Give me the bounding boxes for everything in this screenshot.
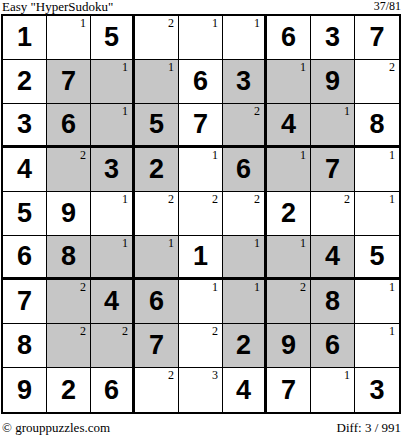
cell-r1c8[interactable]: 3 [311, 16, 355, 60]
footer: © grouppuzzles.com Diff: 3 / 991 [0, 421, 402, 435]
cell-value: 9 [3, 368, 46, 412]
pencil-mark: 2 [80, 325, 86, 337]
cell-value: 6 [3, 236, 46, 277]
cell-value: 5 [91, 16, 132, 59]
cell-r5c5[interactable]: 2 [179, 192, 223, 236]
pencil-mark: 2 [344, 193, 350, 205]
cell-r1c3[interactable]: 5 [91, 16, 135, 60]
pencil-mark: 1 [168, 61, 174, 73]
cell-r9c8[interactable]: 1 [311, 368, 355, 412]
cell-r7c4[interactable]: 6 [135, 280, 179, 324]
cell-r3c7[interactable]: 4 [267, 104, 311, 148]
pencil-mark: 1 [254, 17, 260, 29]
cell-value: 1 [179, 236, 222, 277]
cell-r9c7[interactable]: 7 [267, 368, 311, 412]
cell-value: 4 [3, 148, 46, 191]
cell-r7c6[interactable]: 1 [223, 280, 267, 324]
cell-r6c6[interactable]: 1 [223, 236, 267, 280]
cell-value: 6 [223, 148, 264, 191]
cell-r2c4[interactable]: 1 [135, 60, 179, 104]
pencil-mark: 2 [300, 281, 306, 293]
cell-value: 1 [3, 16, 46, 59]
copyright-text: © grouppuzzles.com [2, 421, 110, 435]
cell-r5c2[interactable]: 9 [47, 192, 91, 236]
cell-r6c2[interactable]: 8 [47, 236, 91, 280]
cell-r7c8[interactable]: 8 [311, 280, 355, 324]
cell-value: 9 [47, 192, 90, 235]
cell-value: 3 [311, 16, 354, 59]
cell-value: 2 [3, 60, 46, 103]
cell-value: 9 [311, 60, 354, 103]
cell-r8c5[interactable]: 2 [179, 324, 223, 368]
cell-value: 7 [135, 324, 178, 367]
cell-r5c9[interactable]: 1 [355, 192, 399, 236]
cell-r3c4[interactable]: 5 [135, 104, 179, 148]
cell-value: 5 [3, 192, 46, 235]
cell-r1c2[interactable]: 1 [47, 16, 91, 60]
cell-r7c9[interactable]: 1 [355, 280, 399, 324]
cell-value: 6 [91, 368, 132, 412]
pencil-mark: 2 [168, 369, 174, 381]
pencil-mark: 1 [254, 237, 260, 249]
cell-r5c6[interactable]: 2 [223, 192, 267, 236]
pencil-mark: 2 [212, 193, 218, 205]
cell-value: 4 [267, 104, 310, 145]
cell-r3c3[interactable]: 1 [91, 104, 135, 148]
cell-value: 7 [47, 60, 90, 103]
cell-r6c9[interactable]: 5 [355, 236, 399, 280]
pencil-mark: 1 [122, 193, 128, 205]
cell-r1c6[interactable]: 1 [223, 16, 267, 60]
pencil-mark: 1 [389, 281, 395, 293]
cell-r7c1[interactable]: 7 [3, 280, 47, 324]
pencil-mark: 1 [212, 17, 218, 29]
cell-r1c1[interactable]: 1 [3, 16, 47, 60]
pencil-mark: 2 [168, 193, 174, 205]
cell-r6c4[interactable]: 1 [135, 236, 179, 280]
cell-r1c5[interactable]: 1 [179, 16, 223, 60]
cell-r4c4[interactable]: 2 [135, 148, 179, 192]
pencil-mark: 1 [122, 61, 128, 73]
pencil-mark: 1 [168, 237, 174, 249]
pencil-mark: 2 [389, 61, 395, 73]
cell-r8c9[interactable]: 1 [355, 324, 399, 368]
cell-r8c3[interactable]: 2 [91, 324, 135, 368]
pencil-mark: 1 [389, 149, 395, 161]
cell-r9c3[interactable]: 6 [91, 368, 135, 412]
pencil-mark: 2 [80, 281, 86, 293]
pencil-mark: 1 [254, 281, 260, 293]
progress-counter: 37/81 [374, 0, 401, 13]
pencil-mark: 1 [300, 149, 306, 161]
cell-r4c5[interactable]: 1 [179, 148, 223, 192]
cell-r5c4[interactable]: 2 [135, 192, 179, 236]
pencil-mark: 2 [254, 105, 260, 117]
cell-r4c8[interactable]: 7 [311, 148, 355, 192]
pencil-mark: 1 [389, 193, 395, 205]
cell-value: 5 [355, 236, 399, 277]
cell-value: 7 [3, 280, 46, 323]
cell-r5c3[interactable]: 1 [91, 192, 135, 236]
pencil-mark: 2 [168, 17, 174, 29]
cell-r2c6[interactable]: 3 [223, 60, 267, 104]
pencil-mark: 1 [344, 105, 350, 117]
cell-r6c3[interactable]: 1 [91, 236, 135, 280]
cell-r2c1[interactable]: 2 [3, 60, 47, 104]
cell-value: 3 [223, 60, 264, 103]
cell-value: 7 [355, 16, 399, 59]
cell-value: 3 [3, 104, 46, 145]
cell-r1c9[interactable]: 7 [355, 16, 399, 60]
cell-value: 6 [267, 16, 310, 59]
cell-r8c6[interactable]: 2 [223, 324, 267, 368]
cell-r1c7[interactable]: 6 [267, 16, 311, 60]
pencil-mark: 1 [122, 105, 128, 117]
cell-r4c6[interactable]: 6 [223, 148, 267, 192]
cell-value: 2 [267, 192, 310, 235]
cell-value: 8 [47, 236, 90, 277]
cell-r2c2[interactable]: 7 [47, 60, 91, 104]
cell-value: 7 [179, 104, 222, 145]
pencil-mark: 1 [80, 17, 86, 29]
cell-r2c9[interactable]: 2 [355, 60, 399, 104]
cell-r9c5[interactable]: 3 [179, 368, 223, 412]
cell-r6c7[interactable]: 1 [267, 236, 311, 280]
cell-r6c5[interactable]: 1 [179, 236, 223, 280]
page: Easy "HyperSudoku" 37/81 115211637271163… [0, 0, 402, 437]
cell-r3c9[interactable]: 8 [355, 104, 399, 148]
cell-value: 7 [267, 368, 310, 412]
cell-r8c8[interactable]: 6 [311, 324, 355, 368]
cell-r3c6[interactable]: 2 [223, 104, 267, 148]
pencil-mark: 1 [212, 149, 218, 161]
cell-r4c3[interactable]: 3 [91, 148, 135, 192]
cell-value: 7 [311, 148, 354, 191]
cell-r7c5[interactable]: 1 [179, 280, 223, 324]
cell-value: 8 [311, 280, 354, 323]
difficulty-text: Diff: 3 / 991 [337, 421, 401, 435]
cell-r9c2[interactable]: 2 [47, 368, 91, 412]
cell-r9c6[interactable]: 4 [223, 368, 267, 412]
cell-r2c3[interactable]: 1 [91, 60, 135, 104]
cell-value: 6 [47, 104, 90, 145]
cell-r9c1[interactable]: 9 [3, 368, 47, 412]
pencil-mark: 1 [344, 369, 350, 381]
cell-value: 5 [135, 104, 178, 145]
cell-r5c7[interactable]: 2 [267, 192, 311, 236]
cell-r6c1[interactable]: 6 [3, 236, 47, 280]
puzzle-title: Easy "HyperSudoku" [2, 0, 113, 13]
cell-r6c8[interactable]: 4 [311, 236, 355, 280]
cell-r9c9[interactable]: 3 [355, 368, 399, 412]
pencil-mark: 1 [389, 325, 395, 337]
cell-r4c1[interactable]: 4 [3, 148, 47, 192]
pencil-mark: 2 [122, 325, 128, 337]
pencil-mark: 3 [212, 369, 218, 381]
cell-value: 8 [3, 324, 46, 367]
cell-value: 4 [91, 280, 132, 323]
cell-r7c7[interactable]: 2 [267, 280, 311, 324]
cell-r2c5[interactable]: 6 [179, 60, 223, 104]
cell-r3c8[interactable]: 1 [311, 104, 355, 148]
cell-r8c7[interactable]: 9 [267, 324, 311, 368]
pencil-mark: 2 [80, 149, 86, 161]
cell-r2c8[interactable]: 9 [311, 60, 355, 104]
pencil-mark: 1 [300, 237, 306, 249]
pencil-mark: 2 [254, 193, 260, 205]
cell-value: 3 [91, 148, 132, 191]
pencil-mark: 1 [212, 281, 218, 293]
cell-r7c2[interactable]: 2 [47, 280, 91, 324]
cell-r2c7[interactable]: 1 [267, 60, 311, 104]
cell-value: 2 [47, 368, 90, 412]
cell-r5c8[interactable]: 2 [311, 192, 355, 236]
cell-value: 4 [223, 368, 264, 412]
cell-value: 9 [267, 324, 310, 367]
header: Easy "HyperSudoku" 37/81 [0, 0, 402, 14]
cell-r3c1[interactable]: 3 [3, 104, 47, 148]
cell-r8c4[interactable]: 7 [135, 324, 179, 368]
cell-r5c1[interactable]: 5 [3, 192, 47, 236]
cell-r9c4[interactable]: 2 [135, 368, 179, 412]
cell-value: 2 [223, 324, 264, 367]
cell-value: 2 [135, 148, 178, 191]
cell-r1c4[interactable]: 2 [135, 16, 179, 60]
cell-value: 8 [355, 104, 399, 145]
cell-value: 6 [179, 60, 222, 103]
cell-value: 6 [311, 324, 354, 367]
cell-r4c2[interactable]: 2 [47, 148, 91, 192]
cell-value: 6 [135, 280, 178, 323]
cell-value: 4 [311, 236, 354, 277]
cell-r3c5[interactable]: 7 [179, 104, 223, 148]
cell-r3c2[interactable]: 6 [47, 104, 91, 148]
pencil-mark: 2 [212, 325, 218, 337]
cell-r4c7[interactable]: 1 [267, 148, 311, 192]
pencil-mark: 1 [122, 237, 128, 249]
cell-r4c9[interactable]: 1 [355, 148, 399, 192]
cell-r8c1[interactable]: 8 [3, 324, 47, 368]
cell-value: 3 [355, 368, 399, 412]
sudoku-board[interactable]: 1152116372711631923615724184232161715912… [1, 14, 401, 414]
pencil-mark: 1 [300, 61, 306, 73]
cell-r8c2[interactable]: 2 [47, 324, 91, 368]
cell-r7c3[interactable]: 4 [91, 280, 135, 324]
